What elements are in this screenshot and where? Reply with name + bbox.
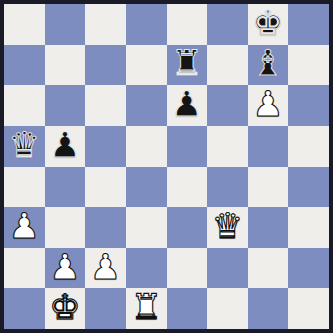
piece-black-rook[interactable]: ♜ (171, 46, 202, 81)
square-g1[interactable] (248, 288, 289, 329)
square-b7[interactable] (45, 45, 86, 86)
square-a4[interactable] (4, 167, 45, 208)
square-g4[interactable] (248, 167, 289, 208)
square-c2[interactable]: ♟ (85, 248, 126, 289)
square-d6[interactable] (126, 85, 167, 126)
square-b5[interactable]: ♟ (45, 126, 86, 167)
piece-white-pawn[interactable]: ♟ (90, 250, 121, 285)
square-h5[interactable] (288, 126, 329, 167)
square-e3[interactable] (167, 207, 208, 248)
square-h2[interactable] (288, 248, 329, 289)
chess-board: ♚♜♝♟♟♛♟♟♛♟♟♚♜ (0, 0, 333, 333)
square-b8[interactable] (45, 4, 86, 45)
piece-white-rook[interactable]: ♜ (130, 290, 161, 325)
piece-black-bishop[interactable]: ♝ (252, 46, 283, 81)
square-f7[interactable] (207, 45, 248, 86)
square-a3[interactable]: ♟ (4, 207, 45, 248)
piece-black-king[interactable]: ♚ (252, 6, 283, 41)
square-a8[interactable] (4, 4, 45, 45)
square-d7[interactable] (126, 45, 167, 86)
square-d2[interactable] (126, 248, 167, 289)
square-b1[interactable]: ♚ (45, 288, 86, 329)
piece-white-pawn[interactable]: ♟ (49, 250, 80, 285)
square-g6[interactable]: ♟ (248, 85, 289, 126)
square-f5[interactable] (207, 126, 248, 167)
square-h3[interactable] (288, 207, 329, 248)
piece-white-queen[interactable]: ♛ (212, 209, 243, 244)
square-h1[interactable] (288, 288, 329, 329)
piece-white-king[interactable]: ♚ (49, 290, 80, 325)
square-f6[interactable] (207, 85, 248, 126)
square-g7[interactable]: ♝ (248, 45, 289, 86)
square-f4[interactable] (207, 167, 248, 208)
square-a2[interactable] (4, 248, 45, 289)
square-b2[interactable]: ♟ (45, 248, 86, 289)
square-d8[interactable] (126, 4, 167, 45)
square-f1[interactable] (207, 288, 248, 329)
square-d5[interactable] (126, 126, 167, 167)
square-c3[interactable] (85, 207, 126, 248)
square-g2[interactable] (248, 248, 289, 289)
square-g3[interactable] (248, 207, 289, 248)
square-f2[interactable] (207, 248, 248, 289)
square-h8[interactable] (288, 4, 329, 45)
square-b6[interactable] (45, 85, 86, 126)
square-c4[interactable] (85, 167, 126, 208)
square-h4[interactable] (288, 167, 329, 208)
square-d3[interactable] (126, 207, 167, 248)
piece-white-pawn[interactable]: ♟ (9, 209, 40, 244)
square-e7[interactable]: ♜ (167, 45, 208, 86)
square-f8[interactable] (207, 4, 248, 45)
square-a7[interactable] (4, 45, 45, 86)
square-g5[interactable] (248, 126, 289, 167)
square-c1[interactable] (85, 288, 126, 329)
square-d4[interactable] (126, 167, 167, 208)
square-c6[interactable] (85, 85, 126, 126)
square-e2[interactable] (167, 248, 208, 289)
square-g8[interactable]: ♚ (248, 4, 289, 45)
square-h6[interactable] (288, 85, 329, 126)
piece-black-queen[interactable]: ♛ (9, 128, 40, 163)
square-c8[interactable] (85, 4, 126, 45)
square-e1[interactable] (167, 288, 208, 329)
square-b3[interactable] (45, 207, 86, 248)
square-a5[interactable]: ♛ (4, 126, 45, 167)
piece-black-pawn[interactable]: ♟ (49, 128, 80, 163)
square-d1[interactable]: ♜ (126, 288, 167, 329)
square-b4[interactable] (45, 167, 86, 208)
square-e4[interactable] (167, 167, 208, 208)
square-f3[interactable]: ♛ (207, 207, 248, 248)
square-a6[interactable] (4, 85, 45, 126)
square-c7[interactable] (85, 45, 126, 86)
square-e6[interactable]: ♟ (167, 85, 208, 126)
square-e8[interactable] (167, 4, 208, 45)
square-h7[interactable] (288, 45, 329, 86)
square-a1[interactable] (4, 288, 45, 329)
piece-black-pawn[interactable]: ♟ (171, 87, 202, 122)
piece-white-pawn[interactable]: ♟ (252, 87, 283, 122)
square-e5[interactable] (167, 126, 208, 167)
square-c5[interactable] (85, 126, 126, 167)
